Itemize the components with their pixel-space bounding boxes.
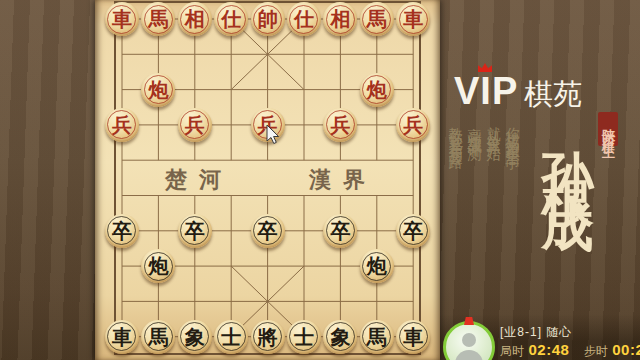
crown-icon (478, 63, 492, 72)
piece-red-advisor[interactable]: 仕 (214, 2, 248, 36)
player-tag: [业8-1] 随心 (500, 324, 572, 341)
piece-red-horse[interactable]: 馬 (360, 2, 394, 36)
avatar-person-icon (462, 333, 476, 347)
piece-black-cannon[interactable]: 炮 (141, 249, 175, 283)
piece-red-rook[interactable]: 車 (396, 2, 430, 36)
move-time-value: 00:29 (612, 341, 640, 358)
vip-logo-suffix: 棋苑 (524, 75, 582, 115)
piece-black-horse[interactable]: 馬 (360, 320, 394, 354)
piece-red-cannon[interactable]: 炮 (360, 73, 394, 107)
piece-black-rook[interactable]: 車 (396, 320, 430, 354)
piece-black-elephant[interactable]: 象 (323, 320, 357, 354)
piece-red-elephant[interactable]: 相 (178, 2, 212, 36)
slogan-line: 你想成为象棋高手 (505, 116, 521, 286)
piece-black-pawn[interactable]: 卒 (251, 214, 285, 248)
piece-black-advisor[interactable]: 士 (214, 320, 248, 354)
app-window: 楚河 漢界 車馬相仕帥仕相馬車炮炮兵兵兵兵兵卒卒卒卒卒炮炮車馬象士將士象馬車 V… (0, 0, 640, 360)
vip-logo: VIP 棋苑 (454, 70, 582, 115)
slogan-columns: 你想成为象棋高手 就从这里开始 高端实战评测 教你完整布局套路 (448, 116, 521, 286)
vip-logo-text: VIP (454, 70, 518, 113)
piece-red-general[interactable]: 帥 (251, 2, 285, 36)
piece-red-pawn[interactable]: 兵 (396, 108, 430, 142)
piece-black-pawn[interactable]: 卒 (105, 214, 139, 248)
piece-red-rook[interactable]: 車 (105, 2, 139, 36)
piece-red-pawn[interactable]: 兵 (251, 108, 285, 142)
piece-black-cannon[interactable]: 炮 (360, 249, 394, 283)
piece-black-elephant[interactable]: 象 (178, 320, 212, 354)
piece-black-pawn[interactable]: 卒 (178, 214, 212, 248)
piece-red-cannon[interactable]: 炮 (141, 73, 175, 107)
piece-black-rook[interactable]: 車 (105, 320, 139, 354)
sidebar: VIP 棋苑 陕西棋王 孙根成 你想成为象棋高手 就从这里开始 高端实战评测 教… (440, 0, 640, 360)
piece-red-pawn[interactable]: 兵 (178, 108, 212, 142)
slogan-line: 教你完整布局套路 (448, 116, 464, 286)
piece-red-pawn[interactable]: 兵 (323, 108, 357, 142)
piece-black-advisor[interactable]: 士 (287, 320, 321, 354)
piece-black-pawn[interactable]: 卒 (323, 214, 357, 248)
game-time-value: 02:48 (528, 341, 569, 358)
piece-red-elephant[interactable]: 相 (323, 2, 357, 36)
piece-red-horse[interactable]: 馬 (141, 2, 175, 36)
piece-red-advisor[interactable]: 仕 (287, 2, 321, 36)
move-time-label: 步时 (584, 344, 608, 358)
pieces-grid: 車馬相仕帥仕相馬車炮炮兵兵兵兵兵卒卒卒卒卒炮炮車馬象士將士象馬車 (104, 1, 432, 354)
time-line: 局时 02:48 步时 00:29 (500, 341, 640, 360)
slogan-line: 高端实战评测 (467, 116, 483, 286)
piece-black-general[interactable]: 將 (251, 320, 285, 354)
piece-black-horse[interactable]: 馬 (141, 320, 175, 354)
piece-black-pawn[interactable]: 卒 (396, 214, 430, 248)
game-time-label: 局时 (500, 344, 524, 358)
xiangqi-board[interactable]: 楚河 漢界 車馬相仕帥仕相馬車炮炮兵兵兵兵兵卒卒卒卒卒炮炮車馬象士將士象馬車 (95, 0, 440, 360)
slogan-line: 就从这里开始 (486, 116, 502, 286)
piece-red-pawn[interactable]: 兵 (105, 108, 139, 142)
